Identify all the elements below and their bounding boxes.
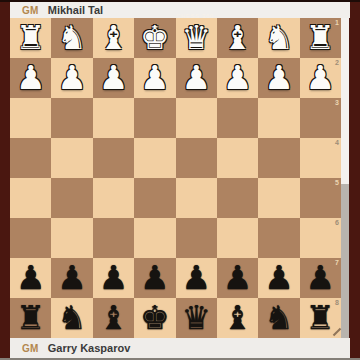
black-bishop-piece: ♝: [223, 298, 253, 338]
square-a7[interactable]: ♟7: [300, 258, 341, 298]
square-e5[interactable]: [134, 178, 175, 218]
square-d5[interactable]: [176, 178, 217, 218]
square-h7[interactable]: ♟: [10, 258, 51, 298]
square-a5[interactable]: 5: [300, 178, 341, 218]
black-pawn-piece: ♟: [306, 258, 336, 298]
rank-label-6: 6: [335, 219, 339, 227]
rank-label-8: 8: [335, 299, 339, 307]
white-pawn-piece: ♟: [223, 58, 253, 98]
square-d3[interactable]: [176, 98, 217, 138]
square-c8[interactable]: ♝: [217, 298, 258, 338]
square-c7[interactable]: ♟: [217, 258, 258, 298]
square-d8[interactable]: ♛: [176, 298, 217, 338]
black-king-piece: ♚: [140, 298, 170, 338]
square-d2[interactable]: ♟: [176, 58, 217, 98]
square-c5[interactable]: [217, 178, 258, 218]
chess-board: ♜♞♝♚♛♝♞♜1♟♟♟♟♟♟♟♟23456♟♟♟♟♟♟♟♟7♜♞♝♚♛♝♞♜8: [10, 18, 341, 338]
black-pawn-piece: ♟: [99, 258, 129, 298]
square-f3[interactable]: [93, 98, 134, 138]
rank-label-4: 4: [335, 139, 339, 147]
square-g8[interactable]: ♞: [51, 298, 92, 338]
square-f7[interactable]: ♟: [93, 258, 134, 298]
opponent-title-badge: GM: [22, 5, 39, 16]
square-f4[interactable]: [93, 138, 134, 178]
rank-label-7: 7: [335, 259, 339, 267]
square-g7[interactable]: ♟: [51, 258, 92, 298]
square-h4[interactable]: [10, 138, 51, 178]
white-queen-piece: ♛: [181, 18, 211, 58]
square-c4[interactable]: [217, 138, 258, 178]
square-f1[interactable]: ♝: [93, 18, 134, 58]
black-rook-piece: ♜: [306, 298, 336, 338]
square-g6[interactable]: [51, 218, 92, 258]
black-queen-piece: ♛: [181, 298, 211, 338]
square-e4[interactable]: [134, 138, 175, 178]
square-h5[interactable]: [10, 178, 51, 218]
white-rook-piece: ♜: [306, 18, 336, 58]
square-g5[interactable]: [51, 178, 92, 218]
square-a2[interactable]: ♟2: [300, 58, 341, 98]
square-e1[interactable]: ♚: [134, 18, 175, 58]
white-pawn-piece: ♟: [16, 58, 46, 98]
white-pawn-piece: ♟: [99, 58, 129, 98]
square-d7[interactable]: ♟: [176, 258, 217, 298]
square-h3[interactable]: [10, 98, 51, 138]
square-g4[interactable]: [51, 138, 92, 178]
square-b7[interactable]: ♟: [258, 258, 299, 298]
watermark-text: CHESS 360: [176, 13, 214, 19]
scrollbar-thumb[interactable]: [341, 184, 349, 338]
square-c2[interactable]: ♟: [217, 58, 258, 98]
white-pawn-piece: ♟: [306, 58, 336, 98]
black-pawn-piece: ♟: [16, 258, 46, 298]
square-e3[interactable]: [134, 98, 175, 138]
black-pawn-piece: ♟: [181, 258, 211, 298]
black-pawn-piece: ♟: [264, 258, 294, 298]
square-h6[interactable]: [10, 218, 51, 258]
white-pawn-piece: ♟: [140, 58, 170, 98]
square-a6[interactable]: 6: [300, 218, 341, 258]
square-e6[interactable]: [134, 218, 175, 258]
black-bishop-piece: ♝: [99, 298, 129, 338]
square-f2[interactable]: ♟: [93, 58, 134, 98]
square-d4[interactable]: [176, 138, 217, 178]
square-h2[interactable]: ♟: [10, 58, 51, 98]
app-frame: GM Mikhail Tal ♜♞♝♚♛♝♞♜1♟♟♟♟♟♟♟♟23456♟♟♟…: [0, 0, 360, 360]
white-pawn-piece: ♟: [181, 58, 211, 98]
square-f8[interactable]: ♝: [93, 298, 134, 338]
square-h1[interactable]: ♜: [10, 18, 51, 58]
square-g2[interactable]: ♟: [51, 58, 92, 98]
black-knight-piece: ♞: [264, 298, 294, 338]
square-b1[interactable]: ♞: [258, 18, 299, 58]
player-name: Garry Kasparov: [48, 342, 131, 354]
rank-label-3: 3: [335, 99, 339, 107]
black-pawn-piece: ♟: [57, 258, 87, 298]
square-f6[interactable]: [93, 218, 134, 258]
square-e7[interactable]: ♟: [134, 258, 175, 298]
white-king-piece: ♚: [140, 18, 170, 58]
square-c1[interactable]: ♝: [217, 18, 258, 58]
white-rook-piece: ♜: [16, 18, 46, 58]
square-b8[interactable]: ♞: [258, 298, 299, 338]
white-knight-piece: ♞: [57, 18, 87, 58]
white-knight-piece: ♞: [264, 18, 294, 58]
square-h8[interactable]: ♜: [10, 298, 51, 338]
square-f5[interactable]: [93, 178, 134, 218]
player-player-bar: GM Garry Kasparov: [10, 338, 350, 358]
square-b6[interactable]: [258, 218, 299, 258]
black-knight-piece: ♞: [57, 298, 87, 338]
square-a1[interactable]: ♜1: [300, 18, 341, 58]
square-b2[interactable]: ♟: [258, 58, 299, 98]
square-b4[interactable]: [258, 138, 299, 178]
rank-label-5: 5: [335, 179, 339, 187]
square-d6[interactable]: [176, 218, 217, 258]
square-g3[interactable]: [51, 98, 92, 138]
black-pawn-piece: ♟: [223, 258, 253, 298]
white-pawn-piece: ♟: [264, 58, 294, 98]
scrollbar-track[interactable]: [341, 18, 349, 338]
square-a3[interactable]: 3: [300, 98, 341, 138]
player-title-badge: GM: [22, 343, 39, 354]
rank-label-1: 1: [335, 19, 339, 27]
white-bishop-piece: ♝: [223, 18, 253, 58]
square-b5[interactable]: [258, 178, 299, 218]
square-g1[interactable]: ♞: [51, 18, 92, 58]
white-bishop-piece: ♝: [99, 18, 129, 58]
opponent-name: Mikhail Tal: [48, 4, 103, 16]
white-pawn-piece: ♟: [57, 58, 87, 98]
rank-label-2: 2: [335, 59, 339, 67]
square-a4[interactable]: 4: [300, 138, 341, 178]
square-b3[interactable]: [258, 98, 299, 138]
black-rook-piece: ♜: [16, 298, 46, 338]
square-d1[interactable]: ♛: [176, 18, 217, 58]
square-c6[interactable]: [217, 218, 258, 258]
square-e2[interactable]: ♟: [134, 58, 175, 98]
square-e8[interactable]: ♚: [134, 298, 175, 338]
square-c3[interactable]: [217, 98, 258, 138]
black-pawn-piece: ♟: [140, 258, 170, 298]
